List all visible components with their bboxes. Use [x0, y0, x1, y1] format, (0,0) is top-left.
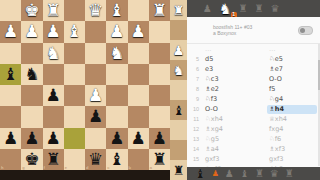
- square-h1[interactable]: [0, 0, 21, 21]
- square-f3[interactable]: ♞: [43, 43, 64, 64]
- move-row-14: 14♗a4♗xf3: [187, 144, 318, 154]
- white-king-piece: ♚: [24, 2, 39, 19]
- palette-cell-1[interactable]: [170, 20, 187, 40]
- square-h3[interactable]: [0, 43, 21, 64]
- move-row-11: 11♘xh4♕xh4: [187, 114, 318, 124]
- square-f1[interactable]: ♜: [43, 0, 64, 21]
- white-move-11[interactable]: ♘xh4: [203, 115, 253, 124]
- square-h6[interactable]: [0, 106, 21, 127]
- bottom-toolbar: ♝♟♟♝♜♛♜: [187, 167, 320, 180]
- queen-icon[interactable]: ♛: [270, 4, 279, 14]
- square-g7[interactable]: ♟: [21, 128, 42, 149]
- black-king-piece: ♚: [24, 151, 39, 168]
- square-c5[interactable]: [106, 85, 127, 106]
- white-pawn-piece: ♟: [173, 44, 185, 57]
- black-pawn-piece: ♟: [152, 130, 167, 147]
- square-f5[interactable]: ♟: [43, 85, 64, 106]
- palette-cell-5[interactable]: ♝: [170, 100, 187, 120]
- palette-cell-7[interactable]: [170, 140, 187, 160]
- black-move-6[interactable]: ♗e7: [267, 65, 317, 74]
- square-e7[interactable]: [64, 128, 85, 149]
- move-row-12: 12♗xg4fxg4: [187, 124, 318, 134]
- black-move-5[interactable]: ♘e5: [267, 55, 317, 64]
- square-b2[interactable]: ♟: [128, 21, 149, 42]
- palette-cell-0[interactable]: ♜: [170, 0, 187, 20]
- square-a3[interactable]: [149, 43, 170, 64]
- square-g3[interactable]: [21, 43, 42, 64]
- square-d7[interactable]: [85, 128, 106, 149]
- black-move-12[interactable]: fxg4: [267, 125, 317, 134]
- square-g4[interactable]: ♞: [21, 64, 42, 85]
- white-pawn-piece: ♟: [3, 23, 18, 40]
- white-knight-piece: ♞: [173, 64, 185, 77]
- square-g8[interactable]: ♚g: [21, 149, 42, 170]
- square-e3[interactable]: [64, 43, 85, 64]
- black-move-11[interactable]: ♕xh4: [267, 115, 317, 124]
- move-row-9: 9♘f3♘g4: [187, 94, 318, 104]
- move-number: 6: [187, 66, 203, 72]
- square-b6[interactable]: [128, 106, 149, 127]
- panel-toggle[interactable]: [298, 26, 313, 35]
- square-c1[interactable]: ♝: [106, 0, 127, 21]
- square-b5[interactable]: [128, 85, 149, 106]
- square-c4[interactable]: [106, 64, 127, 85]
- white-move-12[interactable]: ♗xg4: [203, 125, 253, 134]
- queen-icon[interactable]: ♛: [270, 169, 279, 179]
- square-a5[interactable]: [149, 85, 170, 106]
- chess-board[interactable]: ♚♜♛♝♜♟♟♟♝♟♟♞♞♝♞♟♟♟♟♟♟♟♟♟h♚g♜fe♛d♝cb♜a: [0, 0, 170, 170]
- top-toolbar: ♟♞1♜♜♛: [187, 0, 320, 17]
- white-move-9[interactable]: ♘f3: [203, 95, 253, 104]
- white-move-7[interactable]: ♘c3: [203, 75, 253, 84]
- white-pawn-piece: ♟: [131, 23, 146, 40]
- square-a4[interactable]: [149, 64, 170, 85]
- square-h8[interactable]: h: [0, 149, 21, 170]
- square-f7[interactable]: ♟: [43, 128, 64, 149]
- white-rook-piece: ♜: [173, 4, 185, 17]
- move-number: 11: [187, 116, 203, 122]
- move-row-15: 15gxf3gxf3: [187, 154, 318, 164]
- palette-cell-4[interactable]: [170, 80, 187, 100]
- move-row-8: 8♗e2f5: [187, 84, 318, 94]
- square-c2[interactable]: ♟: [106, 21, 127, 42]
- square-d8[interactable]: ♛d: [85, 149, 106, 170]
- move-row-13: 13♘g5♘f6: [187, 134, 318, 144]
- move-row-5: 5d5♘e5: [187, 54, 318, 64]
- black-queen-piece: ♛: [88, 151, 103, 168]
- spare-piece-palette[interactable]: ♜♟♞♝♜: [170, 0, 187, 180]
- square-b8[interactable]: b: [128, 149, 149, 170]
- black-bishop-piece: ♝: [173, 104, 185, 117]
- square-g1[interactable]: ♚: [21, 0, 42, 21]
- white-knight-piece: ♞: [109, 45, 124, 62]
- move-number: 5: [187, 56, 203, 62]
- white-bishop-piece: ♝: [109, 2, 124, 19]
- square-c8[interactable]: ♝c: [106, 149, 127, 170]
- white-rook-piece: ♜: [46, 2, 61, 19]
- move-row-7: 7♘c3O-O: [187, 74, 318, 84]
- app-window: ♚♜♛♝♜♟♟♟♝♟♟♞♞♝♞♟♟♟♟♟♟♟♟♟h♚g♜fe♛d♝cb♜a ♜♟…: [0, 0, 320, 180]
- square-d1[interactable]: ♛: [85, 0, 106, 21]
- white-knight-piece: ♞: [46, 45, 61, 62]
- white-move[interactable]: …: [203, 45, 253, 54]
- square-c6[interactable]: [106, 106, 127, 127]
- black-pawn-piece: ♟: [46, 87, 61, 104]
- square-h7[interactable]: ♟: [0, 128, 21, 149]
- white-move-6[interactable]: e3: [203, 65, 253, 74]
- white-bishop-piece: ♝: [67, 23, 82, 40]
- black-rook-piece: ♜: [152, 151, 167, 168]
- black-bishop-piece: ♝: [109, 151, 124, 168]
- square-e5[interactable]: [64, 85, 85, 106]
- square-a1[interactable]: ♜: [149, 0, 170, 21]
- square-h2[interactable]: ♟: [0, 21, 21, 42]
- game-header: boostfish 11+ #03 a Boxynox: [187, 17, 320, 44]
- square-b4[interactable]: [128, 64, 149, 85]
- board-bottom-strip: [0, 170, 170, 180]
- square-g6[interactable]: [21, 106, 42, 127]
- black-move-13[interactable]: ♘f6: [267, 135, 317, 144]
- white-move-8[interactable]: ♗e2: [203, 85, 253, 94]
- black-move-14[interactable]: ♗xf3: [267, 145, 317, 154]
- square-a2[interactable]: [149, 21, 170, 42]
- white-queen-piece: ♛: [88, 2, 103, 19]
- move-number: 8: [187, 86, 203, 92]
- square-e8[interactable]: e: [64, 149, 85, 170]
- square-a7[interactable]: ♟: [149, 128, 170, 149]
- pawn-icon[interactable]: ♟: [203, 4, 212, 14]
- black-bishop-piece: ♝: [3, 66, 18, 83]
- black-rook-piece: ♜: [46, 151, 61, 168]
- square-f4[interactable]: [43, 64, 64, 85]
- black-pawn-piece: ♟: [24, 130, 39, 147]
- move-number: 14: [187, 146, 203, 152]
- rook-icon[interactable]: ♜: [239, 4, 248, 14]
- square-d6[interactable]: ♟: [85, 106, 106, 127]
- rook-icon-2[interactable]: ♜: [285, 169, 294, 179]
- pawn-icon[interactable]: ♟: [225, 169, 234, 179]
- bishop-icon[interactable]: ♝: [195, 168, 206, 180]
- black-move-7[interactable]: O-O: [267, 75, 317, 84]
- move-list[interactable]: ……5d5♘e56e3♗e77♘c3O-O8♗e2f59♘f3♘g410O-O♗…: [187, 44, 318, 167]
- black-rook-piece: ♜: [173, 164, 185, 177]
- white-move-14[interactable]: ♗a4: [203, 145, 253, 154]
- move-row-prev: ……: [187, 44, 318, 54]
- move-number: 15: [187, 156, 203, 162]
- square-c7[interactable]: ♟: [106, 128, 127, 149]
- square-h4[interactable]: ♝: [0, 64, 21, 85]
- palette-cell-6[interactable]: [170, 120, 187, 140]
- white-pawn-piece: ♟: [46, 23, 61, 40]
- palette-cell-3[interactable]: ♞: [170, 60, 187, 80]
- square-e4[interactable]: [64, 64, 85, 85]
- black-pawn-piece: ♟: [3, 130, 18, 147]
- square-d4[interactable]: [85, 64, 106, 85]
- rook-icon[interactable]: ♜: [255, 169, 264, 179]
- square-a8[interactable]: ♜a: [149, 149, 170, 170]
- square-e6[interactable]: [64, 106, 85, 127]
- white-move-15[interactable]: gxf3: [203, 155, 253, 164]
- square-g2[interactable]: ♟: [21, 21, 42, 42]
- toggle-knob: [300, 28, 305, 33]
- white-move-5[interactable]: d5: [203, 55, 253, 64]
- palette-cell-8[interactable]: ♜: [170, 160, 187, 180]
- knight-icon[interactable]: ♞1: [219, 2, 232, 16]
- square-d3[interactable]: [85, 43, 106, 64]
- white-pawn-piece: ♟: [88, 87, 103, 104]
- black-move[interactable]: …: [267, 45, 317, 54]
- square-c3[interactable]: ♞: [106, 43, 127, 64]
- white-move-10[interactable]: O-O: [203, 105, 253, 114]
- square-f2[interactable]: ♟: [43, 21, 64, 42]
- white-pawn-piece: ♟: [24, 23, 39, 40]
- square-e2[interactable]: ♝: [64, 21, 85, 42]
- black-pawn-piece: ♟: [131, 130, 146, 147]
- black-knight-piece: ♞: [24, 66, 39, 83]
- move-number: 12: [187, 126, 203, 132]
- white-pawn-piece: ♟: [109, 23, 124, 40]
- black-move-8[interactable]: f5: [267, 85, 317, 94]
- pawn-badge-icon[interactable]: ♟: [212, 170, 219, 178]
- palette-cell-2[interactable]: ♟: [170, 40, 187, 60]
- black-move-10[interactable]: ♗h4: [267, 105, 317, 114]
- move-number: 7: [187, 76, 203, 82]
- square-d2[interactable]: [85, 21, 106, 42]
- black-pawn-piece: ♟: [109, 130, 124, 147]
- black-pawn-piece: ♟: [88, 108, 103, 125]
- square-e1[interactable]: [64, 0, 85, 21]
- square-b7[interactable]: ♟: [128, 128, 149, 149]
- move-number: 9: [187, 96, 203, 102]
- white-rook-piece: ♜: [152, 2, 167, 19]
- square-h5[interactable]: [0, 85, 21, 106]
- square-f8[interactable]: ♜f: [43, 149, 64, 170]
- white-move-13[interactable]: ♘g5: [203, 135, 253, 144]
- square-g5[interactable]: [21, 85, 42, 106]
- square-b3[interactable]: [128, 43, 149, 64]
- black-pawn-piece: ♟: [46, 130, 61, 147]
- black-move-15[interactable]: gxf3: [267, 155, 317, 164]
- move-number: 10: [187, 106, 203, 112]
- square-b1[interactable]: [128, 0, 149, 21]
- square-d5[interactable]: ♟: [85, 85, 106, 106]
- black-move-9[interactable]: ♘g4: [267, 95, 317, 104]
- move-row-10: 10O-O♗h4: [187, 104, 318, 114]
- move-row-6: 6e3♗e7: [187, 64, 318, 74]
- square-f6[interactable]: [43, 106, 64, 127]
- analysis-panel: ♟♞1♜♜♛ boostfish 11+ #03 a Boxynox ……5d5…: [187, 0, 320, 180]
- move-number: 13: [187, 136, 203, 142]
- rook-icon-2[interactable]: ♜: [255, 4, 264, 14]
- bishop-icon-2[interactable]: ♝: [240, 169, 249, 179]
- square-a6[interactable]: [149, 106, 170, 127]
